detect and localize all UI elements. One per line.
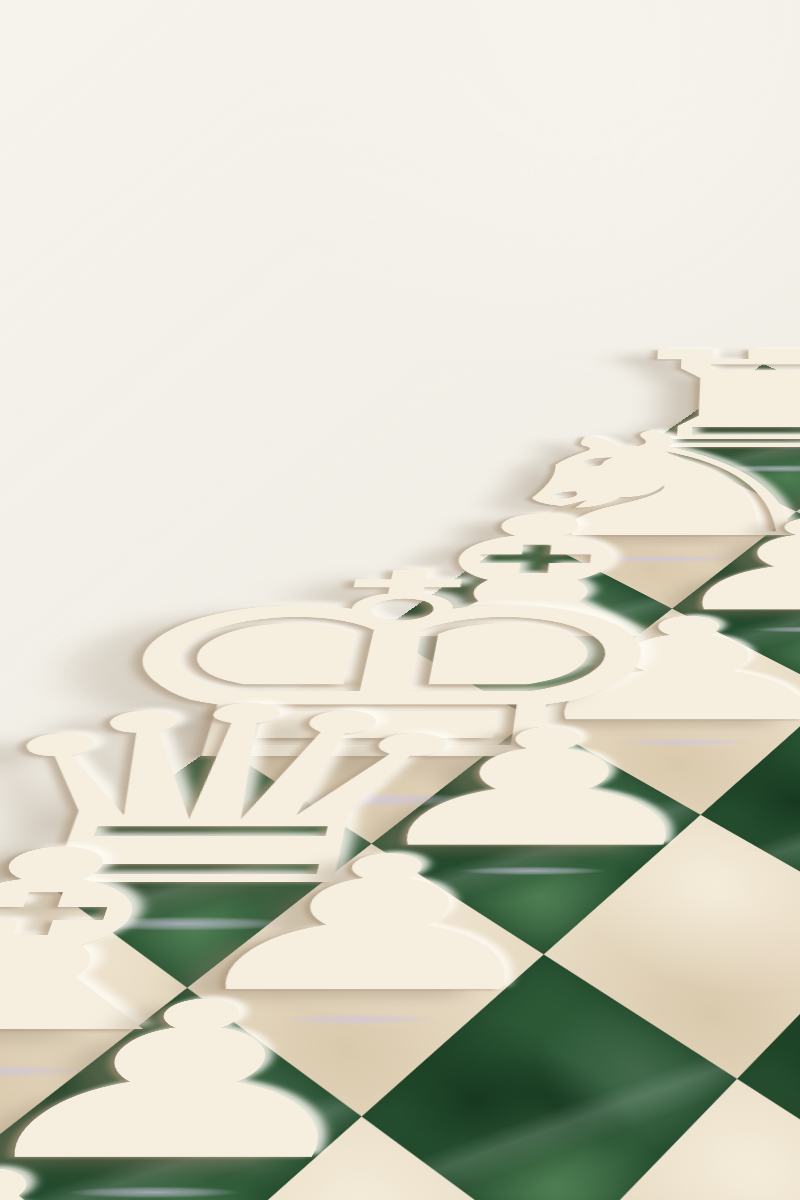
perspective-scene: ♜♟♟♜♞♟♟♞♝♟♟♝♚♟♟♚♛♟♟♛♝♟♟♝♞♟♟♞♜♟♟♜ xyxy=(0,0,800,1200)
chess-photo: ♜♟♟♜♞♟♟♞♝♟♟♝♚♟♟♚♛♟♟♛♝♟♟♝♞♟♟♞♜♟♟♜ xyxy=(0,0,800,1200)
square-b2: ♟ xyxy=(0,1155,148,1200)
chess-board: ♜♟♟♜♞♟♟♞♝♟♟♝♚♟♟♚♛♟♟♛♝♟♟♝♞♟♟♞♜♟♟♜ xyxy=(0,364,800,1200)
